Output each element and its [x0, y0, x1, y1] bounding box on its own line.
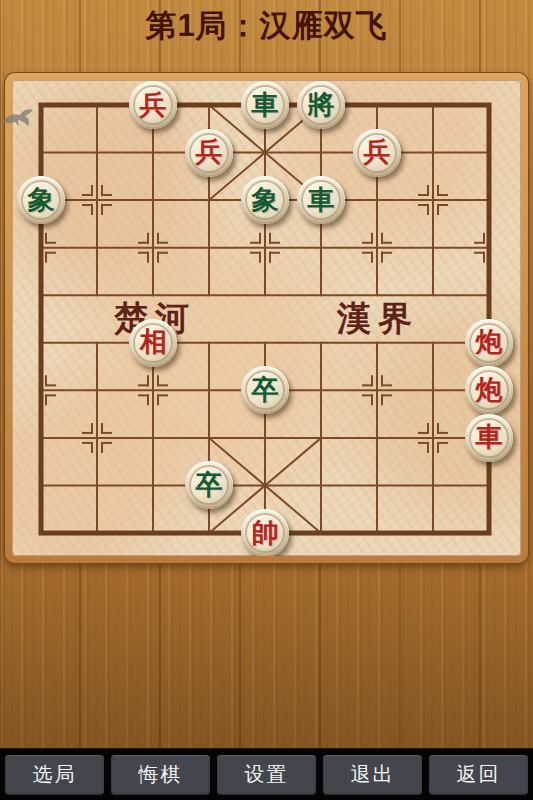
piece-red-pawn[interactable]: 兵: [185, 129, 233, 177]
piece-red-cannon[interactable]: 炮: [465, 319, 513, 367]
board-frame: 楚河 漢界 兵車將兵兵象象車相炮卒炮車卒帥: [5, 73, 528, 563]
piece-black-pawn[interactable]: 卒: [241, 366, 289, 414]
xiangqi-board[interactable]: 楚河 漢界 兵車將兵兵象象車相炮卒炮車卒帥: [12, 80, 521, 556]
undo-button[interactable]: 悔棋: [111, 755, 210, 795]
red-cannon-glyph: 炮: [476, 329, 503, 356]
red-chariot-glyph: 車: [476, 424, 503, 451]
red-pawn-glyph: 兵: [140, 92, 167, 119]
piece-black-general[interactable]: 將: [297, 81, 345, 129]
piece-black-pawn[interactable]: 卒: [185, 461, 233, 509]
piece-red-elephant[interactable]: 相: [129, 319, 177, 367]
black-pawn-glyph: 卒: [252, 377, 279, 404]
bottom-toolbar: 选局 悔棋 设置 退出 返回: [0, 748, 533, 800]
settings-button[interactable]: 设置: [217, 755, 316, 795]
red-pawn-glyph: 兵: [196, 139, 223, 166]
black-chariot-glyph: 車: [308, 187, 335, 214]
bird-decoration-icon: [1, 106, 35, 134]
piece-red-pawn[interactable]: 兵: [353, 129, 401, 177]
piece-black-elephant[interactable]: 象: [17, 176, 65, 224]
red-elephant-glyph: 相: [140, 329, 167, 356]
black-elephant-glyph: 象: [28, 187, 55, 214]
red-pawn-glyph: 兵: [364, 139, 391, 166]
piece-red-chariot[interactable]: 車: [465, 414, 513, 462]
black-pawn-glyph: 卒: [196, 472, 223, 499]
river-label-right: 漢界: [337, 296, 419, 342]
page-title: 第1局：汉雁双飞: [0, 5, 533, 47]
select-game-button[interactable]: 选局: [5, 755, 104, 795]
xiangqi-app: { "game": "xiangqi", "app": { "title": "…: [0, 0, 533, 800]
piece-black-chariot[interactable]: 車: [297, 176, 345, 224]
board-grid: [12, 80, 521, 556]
exit-button[interactable]: 退出: [323, 755, 422, 795]
piece-black-elephant[interactable]: 象: [241, 176, 289, 224]
piece-red-general[interactable]: 帥: [241, 509, 289, 556]
red-general-glyph: 帥: [252, 520, 279, 547]
red-cannon-glyph: 炮: [476, 377, 503, 404]
piece-red-cannon[interactable]: 炮: [465, 366, 513, 414]
black-chariot-glyph: 車: [252, 92, 279, 119]
black-general-glyph: 將: [308, 92, 335, 119]
black-elephant-glyph: 象: [252, 187, 279, 214]
piece-red-pawn[interactable]: 兵: [129, 81, 177, 129]
back-button[interactable]: 返回: [429, 755, 528, 795]
piece-black-chariot[interactable]: 車: [241, 81, 289, 129]
